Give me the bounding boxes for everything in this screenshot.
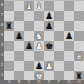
square-e5[interactable]	[44, 31, 54, 41]
square-e2[interactable]: ♟	[44, 61, 54, 71]
chess-board: ♝♝♟♜♟♟♞♟♟♟♚♛♟♟♚♜	[4, 0, 84, 80]
chess-board-widget: 87654321 ♝♝♟♜♟♟♞♟♟♟♚♛♟♟♚♜ ABCDEFGH	[0, 0, 84, 84]
square-e3[interactable]	[44, 51, 54, 61]
piece-black-pawn: ♟	[45, 21, 53, 31]
file-label-e: E	[44, 80, 54, 84]
piece-black-pawn: ♟	[25, 41, 33, 51]
square-c4[interactable]: ♟	[24, 41, 34, 51]
square-f5[interactable]	[54, 31, 64, 41]
square-g6[interactable]	[64, 21, 74, 31]
square-h5[interactable]	[74, 31, 84, 41]
square-c3[interactable]	[24, 51, 34, 61]
square-h1[interactable]: ♜	[74, 71, 84, 81]
square-f3[interactable]	[54, 51, 64, 61]
square-e7[interactable]: ♟	[44, 11, 54, 21]
square-c7[interactable]	[24, 11, 34, 21]
piece-black-rook: ♜	[5, 21, 13, 31]
square-b2[interactable]	[14, 61, 24, 71]
square-g8[interactable]	[64, 1, 74, 11]
square-b6[interactable]	[14, 21, 24, 31]
square-b5[interactable]: ♟	[14, 31, 24, 41]
piece-black-pawn: ♟	[15, 31, 23, 41]
square-a4[interactable]	[4, 41, 14, 51]
square-f2[interactable]	[54, 61, 64, 71]
square-a3[interactable]	[4, 51, 14, 61]
square-h6[interactable]	[74, 21, 84, 31]
piece-black-king: ♚	[45, 41, 53, 51]
square-e4[interactable]: ♚	[44, 41, 54, 51]
square-h2[interactable]	[74, 61, 84, 71]
square-h7[interactable]	[74, 11, 84, 21]
file-labels: ABCDEFGH	[4, 80, 84, 84]
piece-white-bishop: ♝	[35, 1, 43, 11]
square-c8[interactable]: ♝	[24, 1, 34, 11]
square-h8[interactable]	[74, 1, 84, 11]
square-f8[interactable]	[54, 1, 64, 11]
square-c6[interactable]	[24, 21, 34, 31]
piece-black-pawn: ♟	[65, 31, 73, 41]
square-g5[interactable]: ♟	[64, 31, 74, 41]
file-label-a: A	[4, 80, 14, 84]
square-c5[interactable]	[24, 31, 34, 41]
piece-black-pawn: ♟	[45, 11, 53, 21]
piece-black-rook: ♜	[75, 71, 83, 81]
square-b4[interactable]	[14, 41, 24, 51]
square-a8[interactable]	[4, 1, 14, 11]
square-b7[interactable]	[14, 11, 24, 21]
square-a2[interactable]	[4, 61, 14, 71]
square-d1[interactable]: ♚	[34, 71, 44, 81]
square-e8[interactable]	[44, 1, 54, 11]
square-a7[interactable]	[4, 11, 14, 21]
piece-white-queen: ♛	[75, 51, 83, 61]
square-c2[interactable]	[24, 61, 34, 71]
square-h4[interactable]	[74, 41, 84, 51]
square-a5[interactable]	[4, 31, 14, 41]
square-d8[interactable]: ♝	[34, 1, 44, 11]
square-f7[interactable]	[54, 11, 64, 21]
piece-white-pawn: ♟	[35, 41, 43, 51]
square-a6[interactable]: ♜	[4, 21, 14, 31]
square-h3[interactable]: ♛	[74, 51, 84, 61]
file-label-f: F	[54, 80, 64, 84]
file-label-g: G	[64, 80, 74, 84]
square-d5[interactable]: ♞	[34, 31, 44, 41]
square-d6[interactable]	[34, 21, 44, 31]
file-label-b: B	[14, 80, 24, 84]
square-g3[interactable]	[64, 51, 74, 61]
file-label-h: H	[74, 80, 84, 84]
square-b3[interactable]	[14, 51, 24, 61]
square-d7[interactable]	[34, 11, 44, 21]
square-f6[interactable]	[54, 21, 64, 31]
piece-white-pawn: ♟	[45, 61, 53, 71]
piece-white-bishop: ♝	[25, 1, 33, 11]
piece-black-pawn: ♟	[35, 61, 43, 71]
square-e6[interactable]: ♟	[44, 21, 54, 31]
square-d3[interactable]	[34, 51, 44, 61]
piece-white-knight: ♞	[35, 31, 43, 41]
file-label-c: C	[24, 80, 34, 84]
piece-white-king: ♚	[35, 71, 43, 81]
square-f4[interactable]	[54, 41, 64, 51]
square-g2[interactable]	[64, 61, 74, 71]
square-d4[interactable]: ♟	[34, 41, 44, 51]
file-label-d: D	[34, 80, 44, 84]
square-d2[interactable]: ♟	[34, 61, 44, 71]
square-b8[interactable]	[14, 1, 24, 11]
square-g7[interactable]	[64, 11, 74, 21]
square-g4[interactable]	[64, 41, 74, 51]
